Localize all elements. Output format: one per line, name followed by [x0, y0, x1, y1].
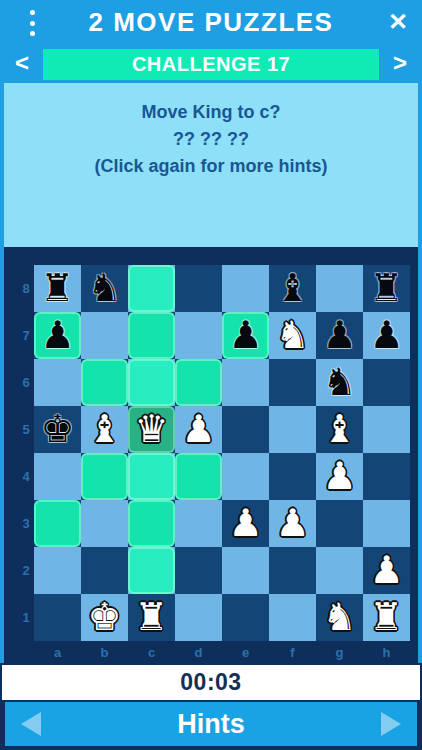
kebab-menu-icon[interactable]	[26, 10, 38, 36]
square-d8[interactable]	[175, 265, 222, 312]
square-d6[interactable]	[175, 359, 222, 406]
rank-label-7: 7	[18, 312, 34, 359]
square-b8[interactable]: ♞	[81, 265, 128, 312]
black-king: ♚	[40, 406, 74, 453]
square-g3[interactable]	[316, 500, 363, 547]
white-knight: ♞	[275, 312, 309, 359]
next-challenge-button[interactable]: >	[382, 47, 418, 79]
file-label-h: h	[363, 641, 410, 663]
square-d7[interactable]	[175, 312, 222, 359]
square-f2[interactable]	[269, 547, 316, 594]
file-label-d: d	[175, 641, 222, 663]
white-pawn: ♟	[228, 500, 262, 547]
square-c1[interactable]: ♜	[128, 594, 175, 641]
hint-line-1: Move King to c?	[4, 99, 418, 126]
hints-label: Hints	[177, 709, 245, 740]
square-f3[interactable]: ♟	[269, 500, 316, 547]
challenge-banner: CHALLENGE 17	[43, 49, 379, 80]
black-pawn: ♟	[322, 312, 356, 359]
square-e5[interactable]	[222, 406, 269, 453]
square-e6[interactable]	[222, 359, 269, 406]
square-b5[interactable]: ♝	[81, 406, 128, 453]
square-a4[interactable]	[34, 453, 81, 500]
file-label-c: c	[128, 641, 175, 663]
square-e7[interactable]: ♟	[222, 312, 269, 359]
square-h3[interactable]	[363, 500, 410, 547]
black-knight: ♞	[322, 359, 356, 406]
black-pawn: ♟	[40, 312, 74, 359]
square-f8[interactable]: ♝	[269, 265, 316, 312]
black-pawn: ♟	[369, 312, 403, 359]
white-pawn: ♟	[369, 547, 403, 594]
square-g8[interactable]	[316, 265, 363, 312]
black-pawn: ♟	[228, 312, 262, 359]
hint-line-2: ?? ?? ??	[4, 126, 418, 153]
rank-label-3: 3	[18, 500, 34, 547]
square-f7[interactable]: ♞	[269, 312, 316, 359]
white-rook: ♜	[369, 594, 403, 641]
square-f5[interactable]	[269, 406, 316, 453]
square-b3[interactable]	[81, 500, 128, 547]
square-e4[interactable]	[222, 453, 269, 500]
hint-panel[interactable]: Move King to c? ?? ?? ?? (Click again fo…	[4, 83, 418, 247]
square-c8[interactable]	[128, 265, 175, 312]
square-c2[interactable]	[128, 547, 175, 594]
prev-challenge-button[interactable]: <	[4, 47, 40, 79]
square-h1[interactable]: ♜	[363, 594, 410, 641]
square-a8[interactable]: ♜	[34, 265, 81, 312]
challenge-nav: < CHALLENGE 17 >	[0, 45, 422, 83]
file-label-b: b	[81, 641, 128, 663]
white-bishop: ♝	[322, 406, 356, 453]
square-c5[interactable]: ♛	[128, 406, 175, 453]
square-g7[interactable]: ♟	[316, 312, 363, 359]
rank-label-8: 8	[18, 265, 34, 312]
square-b6[interactable]	[81, 359, 128, 406]
square-d3[interactable]	[175, 500, 222, 547]
hints-button[interactable]: Hints	[5, 702, 417, 746]
arrow-right-icon[interactable]	[381, 712, 401, 736]
app-title: 2 MOVE PUZZLES	[89, 7, 334, 38]
square-d4[interactable]	[175, 453, 222, 500]
square-h4[interactable]	[363, 453, 410, 500]
white-queen: ♛	[134, 406, 168, 453]
chevron-right-icon: >	[393, 49, 407, 76]
square-a3[interactable]	[34, 500, 81, 547]
square-h2[interactable]: ♟	[363, 547, 410, 594]
square-a5[interactable]: ♚	[34, 406, 81, 453]
black-knight: ♞	[87, 265, 121, 312]
file-label-e: e	[222, 641, 269, 663]
white-pawn: ♟	[275, 500, 309, 547]
square-c6[interactable]	[128, 359, 175, 406]
timer-value: 00:03	[180, 669, 241, 696]
square-f4[interactable]	[269, 453, 316, 500]
square-b2[interactable]	[81, 547, 128, 594]
timer-bar: 00:03	[2, 665, 420, 700]
white-bishop: ♝	[87, 406, 121, 453]
challenge-label: CHALLENGE 17	[132, 53, 290, 76]
file-label-a: a	[34, 641, 81, 663]
black-rook: ♜	[369, 265, 403, 312]
square-a1[interactable]	[34, 594, 81, 641]
puzzle-app: 2 MOVE PUZZLES ✕ < CHALLENGE 17 > Move K…	[0, 0, 422, 750]
square-g2[interactable]	[316, 547, 363, 594]
board-corner	[18, 641, 34, 663]
hint-line-3: (Click again for more hints)	[4, 153, 418, 180]
close-icon[interactable]: ✕	[388, 8, 408, 36]
arrow-left-icon[interactable]	[21, 712, 41, 736]
chevron-left-icon: <	[15, 49, 29, 76]
board-frame: 8♜♞♝♜7♟♟♞♟♟6♞5♚♝♛♟♝4♟3♟♟2♟1♚♜♞♜abcdefgh	[4, 247, 418, 663]
square-b1[interactable]: ♚	[81, 594, 128, 641]
square-b4[interactable]	[81, 453, 128, 500]
square-c7[interactable]	[128, 312, 175, 359]
white-pawn: ♟	[322, 453, 356, 500]
square-g5[interactable]: ♝	[316, 406, 363, 453]
white-knight: ♞	[322, 594, 356, 641]
square-e2[interactable]	[222, 547, 269, 594]
white-king: ♚	[87, 594, 121, 641]
square-a7[interactable]: ♟	[34, 312, 81, 359]
rank-label-5: 5	[18, 406, 34, 453]
bottom-section: 00:03 Hints	[0, 663, 422, 750]
square-a2[interactable]	[34, 547, 81, 594]
rank-label-6: 6	[18, 359, 34, 406]
square-d2[interactable]	[175, 547, 222, 594]
white-pawn: ♟	[181, 406, 215, 453]
square-c4[interactable]	[128, 453, 175, 500]
square-g6[interactable]: ♞	[316, 359, 363, 406]
rank-label-2: 2	[18, 547, 34, 594]
square-h5[interactable]	[363, 406, 410, 453]
square-g4[interactable]: ♟	[316, 453, 363, 500]
square-f1[interactable]	[269, 594, 316, 641]
rank-label-4: 4	[18, 453, 34, 500]
rank-label-1: 1	[18, 594, 34, 641]
square-h6[interactable]	[363, 359, 410, 406]
black-bishop: ♝	[275, 265, 309, 312]
square-g1[interactable]: ♞	[316, 594, 363, 641]
square-d1[interactable]	[175, 594, 222, 641]
square-h7[interactable]: ♟	[363, 312, 410, 359]
header-bar: 2 MOVE PUZZLES ✕	[0, 0, 422, 45]
file-label-f: f	[269, 641, 316, 663]
square-c3[interactable]	[128, 500, 175, 547]
square-e1[interactable]	[222, 594, 269, 641]
square-h8[interactable]: ♜	[363, 265, 410, 312]
square-f6[interactable]	[269, 359, 316, 406]
black-rook: ♜	[40, 265, 74, 312]
square-d5[interactable]: ♟	[175, 406, 222, 453]
white-rook: ♜	[134, 594, 168, 641]
file-label-g: g	[316, 641, 363, 663]
chess-board: 8♜♞♝♜7♟♟♞♟♟6♞5♚♝♛♟♝4♟3♟♟2♟1♚♜♞♜abcdefgh	[18, 265, 418, 663]
square-e3[interactable]: ♟	[222, 500, 269, 547]
square-e8[interactable]	[222, 265, 269, 312]
square-b7[interactable]	[81, 312, 128, 359]
square-a6[interactable]	[34, 359, 81, 406]
